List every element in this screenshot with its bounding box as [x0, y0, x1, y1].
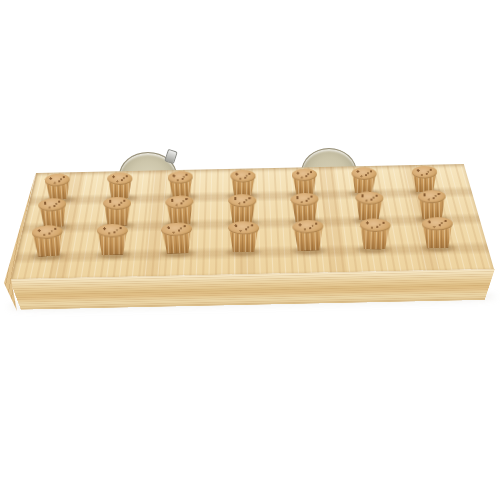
cork-peg	[355, 191, 384, 221]
cork-peg	[31, 224, 64, 257]
peg-board	[23, 141, 480, 294]
cork-peg	[108, 172, 133, 198]
cork-peg-top	[228, 221, 259, 235]
board-3d	[10, 164, 494, 279]
cork-peg	[231, 170, 257, 197]
board-top-surface	[10, 164, 494, 279]
cork-peg	[412, 166, 438, 193]
cork-peg	[351, 167, 377, 194]
cork-peg	[292, 219, 324, 251]
cork-peg	[38, 197, 68, 228]
cork-peg	[161, 222, 194, 255]
cork-peg	[228, 221, 260, 253]
cork-peg-top	[228, 194, 256, 207]
product-photo	[0, 0, 500, 500]
cork-peg	[290, 192, 319, 222]
cork-peg	[97, 224, 128, 255]
cork-peg	[421, 217, 453, 249]
cork-peg	[44, 173, 71, 201]
cork-peg-top	[97, 224, 128, 238]
cork-peg	[418, 190, 447, 220]
cork-peg	[228, 194, 257, 224]
cork-peg	[103, 197, 131, 226]
cork-peg	[291, 168, 317, 195]
cork-peg	[359, 218, 391, 250]
